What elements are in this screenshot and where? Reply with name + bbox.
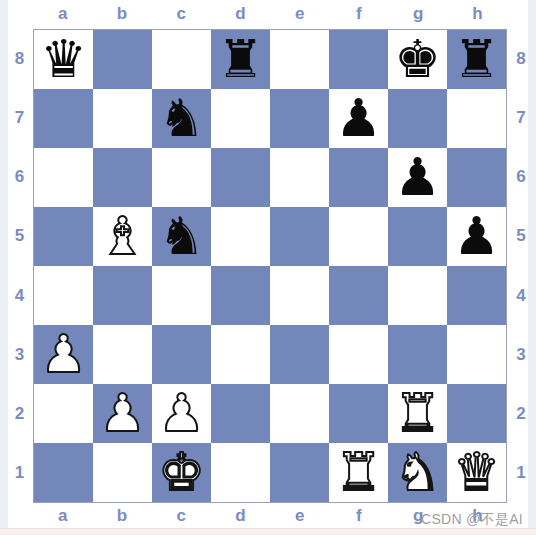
square-g6[interactable]: ♟ [388,148,447,207]
white-pawn-piece[interactable]: ♟ [99,387,146,439]
square-a5[interactable] [34,207,93,266]
file-label-e: e [270,0,329,28]
file-label-a: a [33,502,92,530]
rank-label-8: 8 [7,29,32,88]
rank-label-7: 7 [507,88,535,147]
square-b3[interactable] [93,325,152,384]
white-queen-piece[interactable]: ♛ [453,446,500,498]
square-h8[interactable]: ♜ [447,30,506,89]
square-d2[interactable] [211,384,270,443]
square-c3[interactable] [152,325,211,384]
file-labels-top: abcdefgh [33,0,507,28]
rank-labels-left: 87654321 [7,29,32,503]
square-b5[interactable]: ♝ [93,207,152,266]
file-label-b: b [92,502,151,530]
white-pawn-piece[interactable]: ♟ [158,387,205,439]
black-knight-piece[interactable]: ♞ [158,92,205,144]
square-b8[interactable] [93,30,152,89]
square-e2[interactable] [270,384,329,443]
square-f2[interactable] [329,384,388,443]
square-d8[interactable]: ♜ [211,30,270,89]
file-label-b: b [92,0,151,28]
square-f6[interactable] [329,148,388,207]
square-g3[interactable] [388,325,447,384]
file-label-c: c [152,502,211,530]
square-c1[interactable]: ♚ [152,443,211,502]
black-rook-piece[interactable]: ♜ [217,33,264,85]
rank-label-1: 1 [7,444,32,503]
square-h1[interactable]: ♛ [447,443,506,502]
square-e3[interactable] [270,325,329,384]
square-h3[interactable] [447,325,506,384]
black-king-piece[interactable]: ♚ [394,33,441,85]
square-e7[interactable] [270,89,329,148]
square-a8[interactable]: ♛ [34,30,93,89]
rank-label-2: 2 [507,385,535,444]
chess-diagram: abcdefgh 87654321 87654321 abcdefgh ♛♜♚♜… [0,0,536,535]
square-h2[interactable] [447,384,506,443]
rank-label-6: 6 [7,148,32,207]
square-g8[interactable]: ♚ [388,30,447,89]
white-pawn-piece[interactable]: ♟ [40,328,87,380]
square-g7[interactable] [388,89,447,148]
rank-label-4: 4 [7,266,32,325]
square-d5[interactable] [211,207,270,266]
square-a6[interactable] [34,148,93,207]
black-pawn-piece[interactable]: ♟ [335,92,382,144]
square-b1[interactable] [93,443,152,502]
rank-label-1: 1 [507,444,535,503]
square-b7[interactable] [93,89,152,148]
rank-label-7: 7 [7,88,32,147]
square-f4[interactable] [329,266,388,325]
square-f1[interactable]: ♜ [329,443,388,502]
white-rook-piece[interactable]: ♜ [394,387,441,439]
square-e1[interactable] [270,443,329,502]
square-b2[interactable]: ♟ [93,384,152,443]
square-d3[interactable] [211,325,270,384]
square-c6[interactable] [152,148,211,207]
square-g5[interactable] [388,207,447,266]
square-f3[interactable] [329,325,388,384]
file-label-d: d [211,502,270,530]
file-label-g: g [389,0,448,28]
square-c4[interactable] [152,266,211,325]
square-a3[interactable]: ♟ [34,325,93,384]
rank-label-8: 8 [507,29,535,88]
white-rook-piece[interactable]: ♜ [335,446,382,498]
square-b4[interactable] [93,266,152,325]
square-e8[interactable] [270,30,329,89]
white-bishop-piece[interactable]: ♝ [99,210,146,262]
chess-board: ♛♜♚♜♞♟♟♝♞♟♟♟♟♜♚♜♞♛ [33,29,507,503]
black-pawn-piece[interactable]: ♟ [453,210,500,262]
file-label-h: h [448,0,507,28]
file-label-e: e [270,502,329,530]
square-h5[interactable]: ♟ [447,207,506,266]
black-pawn-piece[interactable]: ♟ [394,151,441,203]
white-king-piece[interactable]: ♚ [158,446,205,498]
file-label-d: d [211,0,270,28]
square-h7[interactable] [447,89,506,148]
rank-labels-right: 87654321 [507,29,535,503]
square-e5[interactable] [270,207,329,266]
square-g1[interactable]: ♞ [388,443,447,502]
square-f7[interactable]: ♟ [329,89,388,148]
rank-label-4: 4 [507,266,535,325]
square-h6[interactable] [447,148,506,207]
square-a1[interactable] [34,443,93,502]
rank-label-3: 3 [7,325,32,384]
square-f8[interactable] [329,30,388,89]
watermark-text: CSDN @不是AI [421,511,523,529]
square-a4[interactable] [34,266,93,325]
square-a2[interactable] [34,384,93,443]
rank-label-2: 2 [7,385,32,444]
file-label-f: f [329,0,388,28]
square-c7[interactable]: ♞ [152,89,211,148]
file-label-c: c [152,0,211,28]
square-b6[interactable] [93,148,152,207]
file-label-f: f [329,502,388,530]
black-knight-piece[interactable]: ♞ [158,210,205,262]
square-a7[interactable] [34,89,93,148]
square-g4[interactable] [388,266,447,325]
square-c8[interactable] [152,30,211,89]
black-rook-piece[interactable]: ♜ [453,33,500,85]
square-e4[interactable] [270,266,329,325]
square-d7[interactable] [211,89,270,148]
rank-label-6: 6 [507,148,535,207]
white-knight-piece[interactable]: ♞ [394,446,441,498]
file-label-a: a [33,0,92,28]
square-d4[interactable] [211,266,270,325]
square-d1[interactable] [211,443,270,502]
square-c2[interactable]: ♟ [152,384,211,443]
rank-label-3: 3 [507,325,535,384]
black-queen-piece[interactable]: ♛ [40,33,87,85]
square-e6[interactable] [270,148,329,207]
square-c5[interactable]: ♞ [152,207,211,266]
rank-label-5: 5 [507,207,535,266]
rank-label-5: 5 [7,207,32,266]
square-g2[interactable]: ♜ [388,384,447,443]
square-f5[interactable] [329,207,388,266]
square-h4[interactable] [447,266,506,325]
square-d6[interactable] [211,148,270,207]
